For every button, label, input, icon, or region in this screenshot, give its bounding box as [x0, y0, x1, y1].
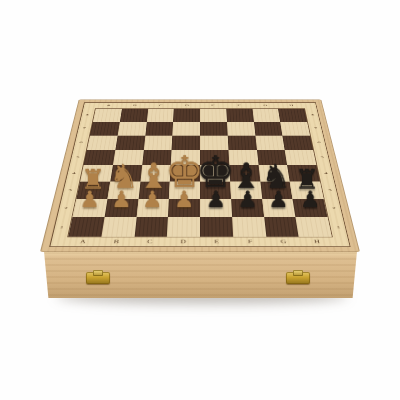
file-label: C	[148, 103, 175, 108]
file-label: G	[252, 103, 279, 108]
box-front-face	[44, 251, 357, 298]
file-labels-top: ABCDEFGH	[95, 103, 305, 108]
square-g6	[255, 135, 285, 149]
square-f1	[232, 217, 266, 237]
square-a8	[93, 109, 122, 122]
black-pawn: ♟	[300, 189, 320, 211]
white-pawn: ♟	[79, 189, 99, 211]
square-b8	[120, 109, 148, 122]
square-b2: ♟	[104, 199, 138, 217]
black-pawn: ♟	[237, 189, 257, 211]
square-c2: ♟	[136, 199, 169, 217]
square-h1	[296, 217, 332, 237]
square-c1	[134, 217, 168, 237]
square-g2: ♟	[262, 199, 296, 217]
square-d8	[173, 109, 200, 122]
square-h2: ♟	[293, 199, 328, 217]
file-label: A	[95, 103, 122, 108]
brass-latch-left-icon	[86, 272, 110, 284]
white-pawn: ♟	[174, 189, 194, 211]
square-c8	[146, 109, 173, 122]
square-f2: ♟	[231, 199, 264, 217]
square-a6	[87, 135, 118, 149]
square-h8	[278, 109, 307, 122]
square-g8	[252, 109, 280, 122]
square-d1	[167, 217, 200, 237]
black-pawn: ♟	[269, 189, 289, 211]
white-pawn: ♟	[143, 189, 163, 211]
square-b1	[101, 217, 136, 237]
square-f8	[226, 109, 253, 122]
square-e1	[200, 217, 233, 237]
file-label: F	[226, 103, 253, 108]
file-label: B	[121, 103, 148, 108]
square-g1	[264, 217, 299, 237]
white-pawn: ♟	[111, 189, 131, 211]
square-d2: ♟	[168, 199, 200, 217]
square-e2: ♟	[200, 199, 232, 217]
file-label: E	[200, 103, 226, 108]
black-pawn: ♟	[206, 189, 226, 211]
square-a2: ♟	[72, 199, 107, 217]
file-label: H	[278, 103, 305, 108]
square-h6	[283, 135, 314, 149]
square-a1	[68, 217, 104, 237]
board-squares: ♜♞♝♚♚♝♞♜♟♟♟♟♟♟♟♟	[67, 108, 333, 237]
file-label: D	[174, 103, 200, 108]
square-b6	[115, 135, 145, 149]
brass-latch-right-icon	[286, 272, 310, 284]
chess-box-photo: ABCDEFGH ABCDEFGH 87654321 87654321 ♜♞♝♚…	[0, 0, 400, 400]
square-e8	[200, 109, 227, 122]
chess-board: ABCDEFGH ABCDEFGH 87654321 87654321 ♜♞♝♚…	[40, 99, 360, 252]
